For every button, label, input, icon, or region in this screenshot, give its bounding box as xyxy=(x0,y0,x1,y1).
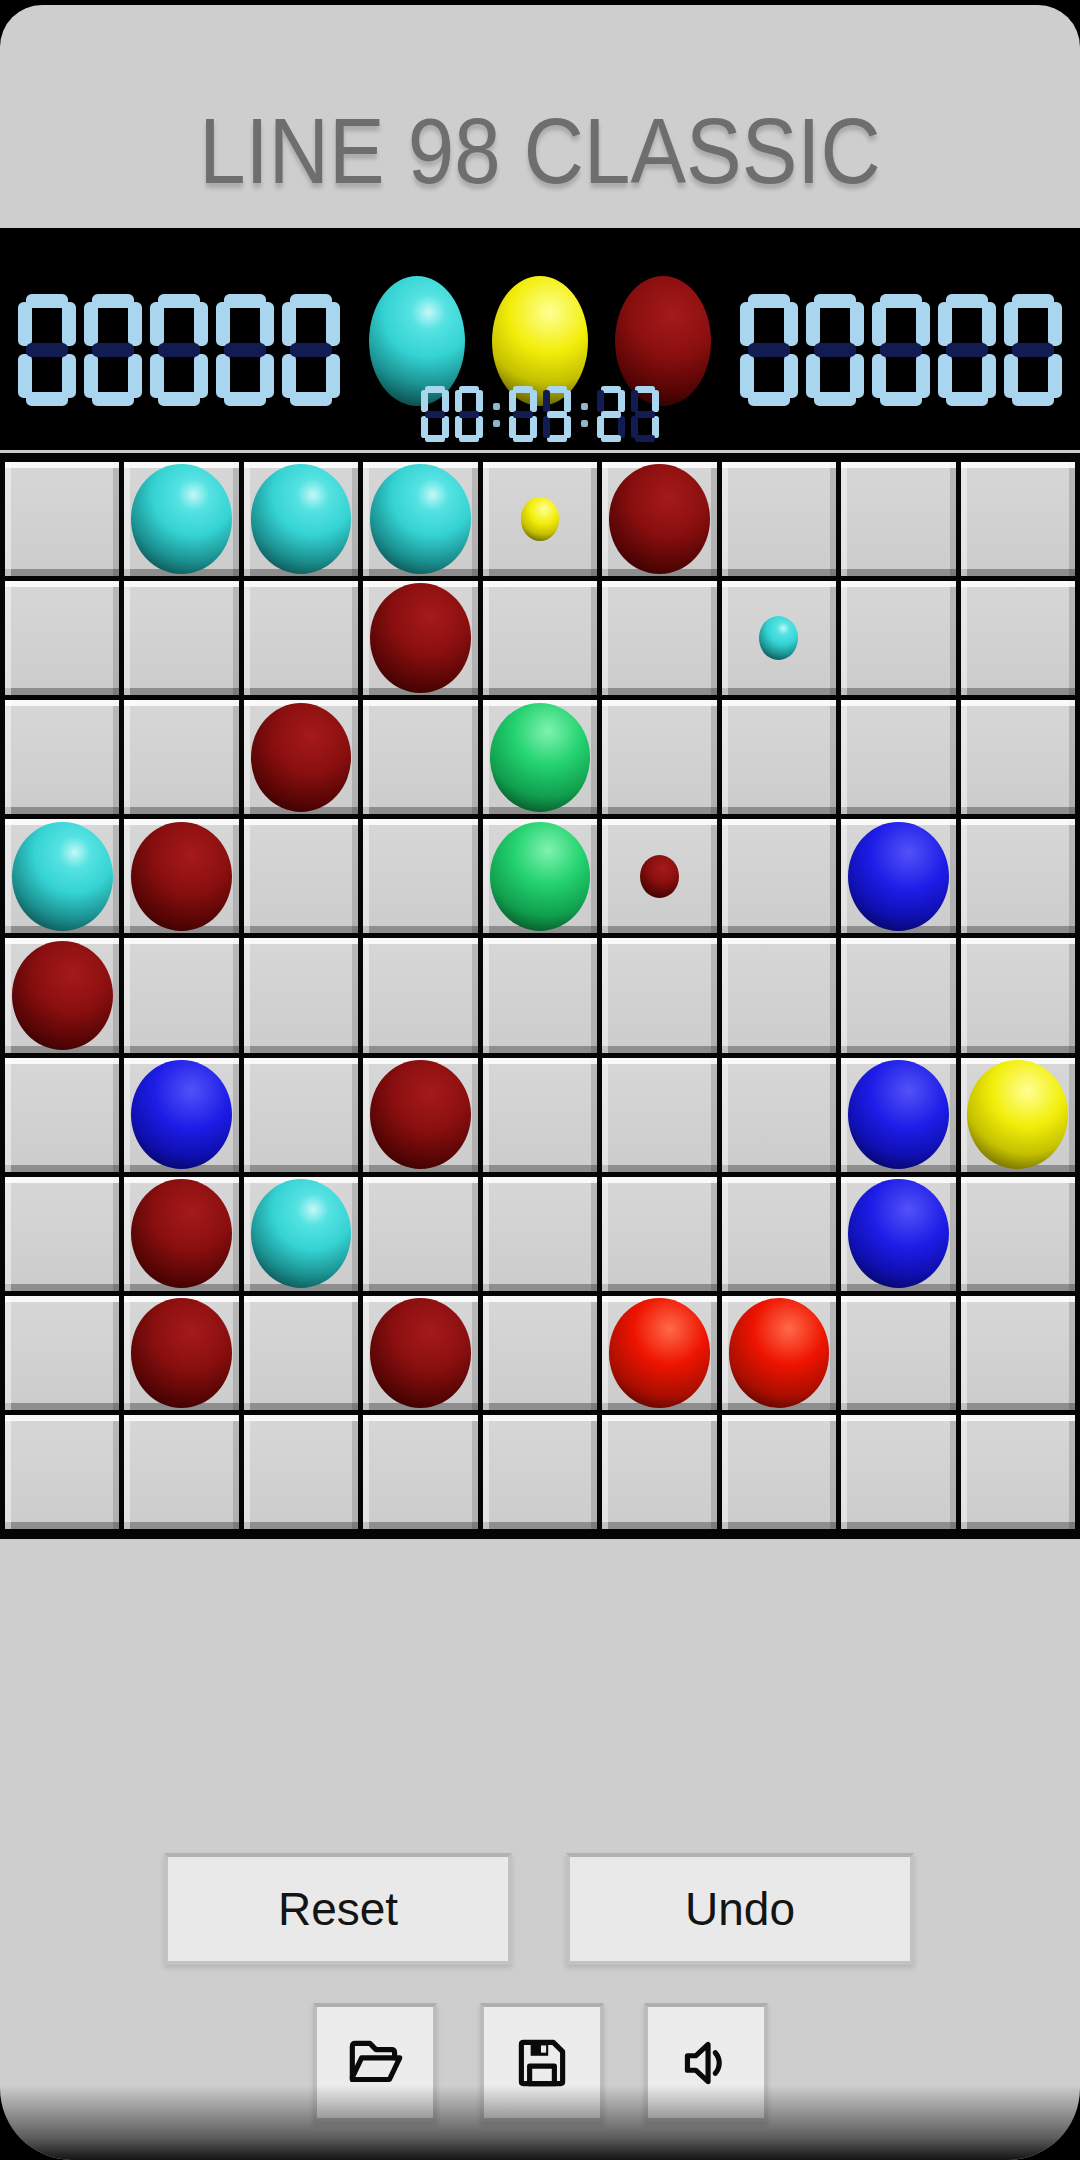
board-cell[interactable] xyxy=(841,819,955,933)
board-cell[interactable] xyxy=(602,700,716,814)
board-cell[interactable] xyxy=(722,1058,836,1172)
board-cell[interactable] xyxy=(363,938,477,1052)
reset-button[interactable]: Reset xyxy=(164,1853,512,1965)
board-cell[interactable] xyxy=(483,462,597,576)
open-folder-icon xyxy=(342,2030,408,2096)
board-cell[interactable] xyxy=(961,1415,1075,1529)
timer-digit xyxy=(543,386,571,442)
score-left-digit xyxy=(282,294,340,406)
ball-green[interactable] xyxy=(490,703,591,813)
board-cell[interactable] xyxy=(5,1296,119,1410)
board-cell[interactable] xyxy=(363,1415,477,1529)
ball-dark-red[interactable] xyxy=(370,1298,471,1408)
incoming-ball-cyan[interactable] xyxy=(759,616,798,659)
board-cell[interactable] xyxy=(244,819,358,933)
board-cell[interactable] xyxy=(602,462,716,576)
board-cell[interactable] xyxy=(363,462,477,576)
board-cell[interactable] xyxy=(841,1415,955,1529)
ball-dark-red[interactable] xyxy=(12,941,113,1051)
board-cell[interactable] xyxy=(124,1177,238,1291)
board-cell[interactable] xyxy=(124,462,238,576)
board-cell[interactable] xyxy=(722,938,836,1052)
score-right-digit xyxy=(806,294,864,406)
score-right-digit xyxy=(938,294,996,406)
board-cell[interactable] xyxy=(961,700,1075,814)
board-cell[interactable] xyxy=(483,1415,597,1529)
board-cell[interactable] xyxy=(124,1415,238,1529)
ball-blue[interactable] xyxy=(131,1060,232,1170)
board-cell[interactable] xyxy=(5,938,119,1052)
ball-dark-red[interactable] xyxy=(131,822,232,932)
undo-button[interactable]: Undo xyxy=(566,1853,914,1965)
sound-button[interactable] xyxy=(644,2003,768,2122)
score-left-display xyxy=(18,294,340,406)
board-cell[interactable] xyxy=(602,819,716,933)
ball-dark-red[interactable] xyxy=(131,1179,232,1289)
floppy-disk-icon xyxy=(509,2030,575,2096)
score-left-digit xyxy=(18,294,76,406)
ball-dark-red[interactable] xyxy=(370,1060,471,1170)
board-cell[interactable] xyxy=(244,1058,358,1172)
board-cell[interactable] xyxy=(722,700,836,814)
score-left-digit xyxy=(84,294,142,406)
board-cell[interactable] xyxy=(363,700,477,814)
incoming-ball-yellow[interactable] xyxy=(521,497,560,540)
board-cell[interactable] xyxy=(483,819,597,933)
board-cell[interactable] xyxy=(483,581,597,695)
ball-dark-red[interactable] xyxy=(131,1298,232,1408)
board-cell[interactable] xyxy=(602,938,716,1052)
ball-red[interactable] xyxy=(609,1298,710,1408)
board-cell[interactable] xyxy=(124,581,238,695)
board-cell[interactable] xyxy=(841,1058,955,1172)
board-cell[interactable] xyxy=(483,700,597,814)
board-cell[interactable] xyxy=(602,1296,716,1410)
game-board xyxy=(0,453,1080,1539)
ball-cyan[interactable] xyxy=(251,464,352,574)
board-cell[interactable] xyxy=(244,581,358,695)
board-cell[interactable] xyxy=(483,938,597,1052)
board-cell[interactable] xyxy=(722,581,836,695)
board-cell[interactable] xyxy=(722,1415,836,1529)
board-cell[interactable] xyxy=(244,1415,358,1529)
ball-yellow[interactable] xyxy=(967,1060,1068,1170)
board-cell[interactable] xyxy=(722,1296,836,1410)
board-cell[interactable] xyxy=(124,700,238,814)
board-cell[interactable] xyxy=(841,700,955,814)
incoming-ball-dark-red[interactable] xyxy=(640,855,679,898)
score-left-digit xyxy=(150,294,208,406)
ball-blue[interactable] xyxy=(848,822,949,932)
board-cell[interactable] xyxy=(5,581,119,695)
board-cell[interactable] xyxy=(124,1058,238,1172)
ball-cyan[interactable] xyxy=(131,464,232,574)
ball-blue[interactable] xyxy=(848,1179,949,1289)
ball-dark-red[interactable] xyxy=(370,583,471,693)
board-cell[interactable] xyxy=(961,819,1075,933)
board-cell[interactable] xyxy=(363,1058,477,1172)
board-cell[interactable] xyxy=(244,700,358,814)
ball-cyan[interactable] xyxy=(12,822,113,932)
score-right-digit xyxy=(872,294,930,406)
board-cell[interactable] xyxy=(961,1058,1075,1172)
score-right-digit xyxy=(1004,294,1062,406)
score-panel xyxy=(0,228,1080,450)
speaker-icon xyxy=(673,2030,739,2096)
board-cell[interactable] xyxy=(244,462,358,576)
board-cell[interactable] xyxy=(841,581,955,695)
board-cell[interactable] xyxy=(244,938,358,1052)
board-cell[interactable] xyxy=(602,1058,716,1172)
score-left-digit xyxy=(216,294,274,406)
timer-digit xyxy=(631,386,659,442)
board-cell[interactable] xyxy=(841,462,955,576)
board-cell[interactable] xyxy=(363,1177,477,1291)
board-cell[interactable] xyxy=(722,462,836,576)
board-cell[interactable] xyxy=(961,462,1075,576)
ball-dark-red[interactable] xyxy=(609,464,710,574)
timer-digit xyxy=(421,386,449,442)
board-cell[interactable] xyxy=(5,700,119,814)
save-button[interactable] xyxy=(480,2003,604,2122)
app-title: LINE 98 CLASSIC xyxy=(16,97,1064,205)
score-right-display xyxy=(740,294,1062,406)
board-cell[interactable] xyxy=(602,1177,716,1291)
board-cell[interactable] xyxy=(841,1296,955,1410)
board-cell[interactable] xyxy=(841,938,955,1052)
board-cell[interactable] xyxy=(961,938,1075,1052)
ball-cyan[interactable] xyxy=(251,1179,352,1289)
board-cell[interactable] xyxy=(5,462,119,576)
timer-digit xyxy=(597,386,625,442)
timer-display xyxy=(421,386,659,442)
timer-colon xyxy=(577,386,591,442)
phone-frame: LINE 98 CLASSIC Reset Undo xyxy=(0,0,1080,2160)
board-cell[interactable] xyxy=(602,1415,716,1529)
board-cell[interactable] xyxy=(363,1296,477,1410)
timer-digit xyxy=(455,386,483,442)
board-cell[interactable] xyxy=(961,1177,1075,1291)
ball-green[interactable] xyxy=(490,822,591,932)
board-cell[interactable] xyxy=(5,1415,119,1529)
board-cell[interactable] xyxy=(961,581,1075,695)
ball-red[interactable] xyxy=(729,1298,830,1408)
board-cell[interactable] xyxy=(722,819,836,933)
board-cell[interactable] xyxy=(961,1296,1075,1410)
board-cell[interactable] xyxy=(363,819,477,933)
board-cell[interactable] xyxy=(602,581,716,695)
board-cell[interactable] xyxy=(5,1058,119,1172)
board-cell[interactable] xyxy=(483,1296,597,1410)
board-cell[interactable] xyxy=(124,938,238,1052)
board-cell[interactable] xyxy=(483,1058,597,1172)
app-screen: LINE 98 CLASSIC Reset Undo xyxy=(0,5,1080,2160)
board-cell[interactable] xyxy=(5,1177,119,1291)
board-cell[interactable] xyxy=(124,819,238,933)
open-button[interactable] xyxy=(313,2003,437,2122)
score-right-digit xyxy=(740,294,798,406)
board-cell[interactable] xyxy=(124,1296,238,1410)
board-cell[interactable] xyxy=(722,1177,836,1291)
board-cell[interactable] xyxy=(244,1296,358,1410)
timer-colon xyxy=(489,386,503,442)
board-cell[interactable] xyxy=(363,581,477,695)
timer-digit xyxy=(509,386,537,442)
ball-cyan[interactable] xyxy=(370,464,471,574)
board-cell[interactable] xyxy=(483,1177,597,1291)
board-cell[interactable] xyxy=(5,819,119,933)
board-cell[interactable] xyxy=(244,1177,358,1291)
ball-dark-red[interactable] xyxy=(251,703,352,813)
board-cell[interactable] xyxy=(841,1177,955,1291)
ball-blue[interactable] xyxy=(848,1060,949,1170)
